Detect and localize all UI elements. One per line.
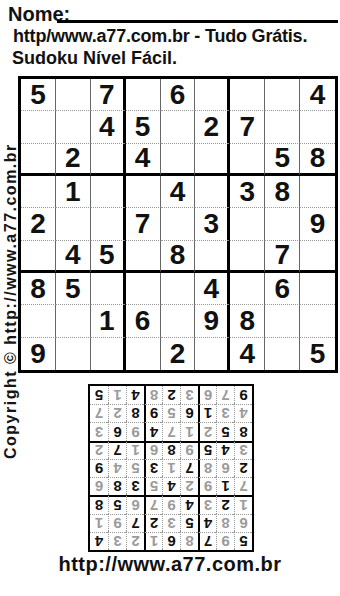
cell-r6c6 <box>195 241 230 273</box>
cell-r4c5: 4 <box>161 176 196 208</box>
answer-cell-r9c8: 1 <box>108 386 126 404</box>
cell-r6c8: 7 <box>265 241 300 273</box>
answer-cell-r8c1: 4 <box>234 404 252 422</box>
answer-cell-r6c9: 2 <box>90 441 108 459</box>
answer-cell-r1c9: 4 <box>90 532 108 550</box>
cell-r9c3 <box>91 338 126 370</box>
cell-r8c6: 9 <box>195 305 230 337</box>
answer-cell-r1c7: 2 <box>126 532 144 550</box>
answer-cell-r2c5: 3 <box>162 514 180 532</box>
answer-cell-r1c4: 8 <box>180 532 198 550</box>
cell-r5c3 <box>91 208 126 240</box>
answer-cell-r4c9: 6 <box>90 477 108 495</box>
answer-cell-r4c2: 1 <box>216 477 234 495</box>
cell-r7c1: 8 <box>21 273 56 305</box>
answer-cell-r7c2: 5 <box>216 422 234 440</box>
cell-r3c2: 2 <box>56 144 91 176</box>
answer-cell-r4c7: 3 <box>126 477 144 495</box>
cell-r9c1: 9 <box>21 338 56 370</box>
cell-r6c4 <box>126 241 161 273</box>
cell-r5c4: 7 <box>126 208 161 240</box>
answer-cell-r4c3: 9 <box>198 477 216 495</box>
answer-cell-r1c8: 3 <box>108 532 126 550</box>
cell-r2c5 <box>161 111 196 143</box>
cell-r5c5 <box>161 208 196 240</box>
answer-cell-r4c8: 8 <box>108 477 126 495</box>
cell-r2c2 <box>56 111 91 143</box>
cell-r5c9: 9 <box>300 208 335 240</box>
cell-r8c8 <box>265 305 300 337</box>
cell-r1c3: 7 <box>91 79 126 111</box>
cell-r5c6: 3 <box>195 208 230 240</box>
cell-r8c1 <box>21 305 56 337</box>
answer-cell-r6c5: 8 <box>162 441 180 459</box>
cell-r7c7 <box>230 273 265 305</box>
answer-cell-r5c7: 5 <box>126 459 144 477</box>
cell-r4c9 <box>300 176 335 208</box>
answer-cell-r1c1: 5 <box>234 532 252 550</box>
answer-cell-r5c1: 2 <box>234 459 252 477</box>
name-underline <box>57 0 338 23</box>
answer-cell-r3c8: 5 <box>108 495 126 513</box>
cell-r1c4 <box>126 79 161 111</box>
cell-r7c8: 6 <box>265 273 300 305</box>
cell-r9c5: 2 <box>161 338 196 370</box>
cell-r8c5 <box>161 305 196 337</box>
answer-cell-r4c6: 5 <box>144 477 162 495</box>
cell-r7c5 <box>161 273 196 305</box>
answer-cell-r5c3: 8 <box>198 459 216 477</box>
cell-r4c2: 1 <box>56 176 91 208</box>
answer-cell-r4c4: 2 <box>180 477 198 495</box>
answer-cell-r4c1: 7 <box>234 477 252 495</box>
cell-r7c4 <box>126 273 161 305</box>
cell-r6c3: 5 <box>91 241 126 273</box>
cell-r8c3: 1 <box>91 305 126 337</box>
answer-cell-r2c1: 6 <box>234 514 252 532</box>
cell-r9c8 <box>265 338 300 370</box>
answer-cell-r2c8: 9 <box>108 514 126 532</box>
cell-r8c7: 8 <box>230 305 265 337</box>
cell-r2c6: 2 <box>195 111 230 143</box>
answer-cell-r2c6: 2 <box>144 514 162 532</box>
answer-cell-r3c9: 8 <box>90 495 108 513</box>
answer-cell-r7c6: 4 <box>144 422 162 440</box>
answer-cell-r3c2: 2 <box>216 495 234 513</box>
cell-r6c1 <box>21 241 56 273</box>
answer-cell-r6c4: 9 <box>180 441 198 459</box>
answer-cell-r9c9: 5 <box>90 386 108 404</box>
cell-r4c6 <box>195 176 230 208</box>
answer-cell-r1c3: 7 <box>198 532 216 550</box>
answer-cell-r1c5: 6 <box>162 532 180 550</box>
header-site-line: http/www.a77.com.br - Tudo Grátis. <box>13 26 307 47</box>
cell-r9c6 <box>195 338 230 370</box>
cell-r4c8: 8 <box>265 176 300 208</box>
answer-cell-r6c3: 5 <box>198 441 216 459</box>
cell-r5c7 <box>230 208 265 240</box>
answer-cell-r8c3: 1 <box>198 404 216 422</box>
answer-cell-r6c8: 7 <box>108 441 126 459</box>
answer-cell-r8c9: 7 <box>90 404 108 422</box>
answer-cell-r7c7: 9 <box>126 422 144 440</box>
cell-r1c2 <box>56 79 91 111</box>
answer-cell-r2c2: 8 <box>216 514 234 532</box>
cell-r4c7: 3 <box>230 176 265 208</box>
cell-r2c9 <box>300 111 335 143</box>
cell-r2c7: 7 <box>230 111 265 143</box>
answer-cell-r3c6: 7 <box>144 495 162 513</box>
cell-r5c2 <box>56 208 91 240</box>
answer-cell-r2c3: 4 <box>198 514 216 532</box>
cell-r6c5: 8 <box>161 241 196 273</box>
answer-cell-r1c6: 1 <box>144 532 162 550</box>
footer-url: http://www.a77.com.br <box>0 553 340 576</box>
cell-r7c6: 4 <box>195 273 230 305</box>
answer-cell-r2c4: 5 <box>180 514 198 532</box>
cell-r4c1 <box>21 176 56 208</box>
answer-cell-r3c3: 3 <box>198 495 216 513</box>
cell-r9c2 <box>56 338 91 370</box>
answer-cell-r7c3: 2 <box>198 422 216 440</box>
answer-cell-r8c5: 5 <box>162 404 180 422</box>
cell-r4c3 <box>91 176 126 208</box>
cell-r3c5 <box>161 144 196 176</box>
header-level-line: Sudoku Nível Fácil. <box>12 48 177 69</box>
cell-r8c2 <box>56 305 91 337</box>
answer-cell-r5c5: 1 <box>162 459 180 477</box>
cell-r3c1 <box>21 144 56 176</box>
answer-cell-r6c6: 6 <box>144 441 162 459</box>
answer-cell-r9c5: 2 <box>162 386 180 404</box>
answer-cell-r9c3: 6 <box>198 386 216 404</box>
cell-r1c1: 5 <box>21 79 56 111</box>
answer-cell-r8c4: 6 <box>180 404 198 422</box>
answer-cell-r8c7: 8 <box>126 404 144 422</box>
answer-cell-r9c4: 3 <box>180 386 198 404</box>
answer-cell-r1c2: 9 <box>216 532 234 550</box>
cell-r3c3 <box>91 144 126 176</box>
cell-r2c1 <box>21 111 56 143</box>
cell-r2c4: 5 <box>126 111 161 143</box>
answer-cell-r9c2: 7 <box>216 386 234 404</box>
cell-r9c4 <box>126 338 161 370</box>
cell-r3c8: 5 <box>265 144 300 176</box>
answer-grid-rotated: 5978612346845327911234976587192453862687… <box>88 384 254 552</box>
cell-r8c4: 6 <box>126 305 161 337</box>
cell-r7c2: 5 <box>56 273 91 305</box>
cell-r1c6 <box>195 79 230 111</box>
answer-cell-r8c2: 3 <box>216 404 234 422</box>
answer-cell-r2c7: 7 <box>126 514 144 532</box>
answer-cell-r2c9: 1 <box>90 514 108 532</box>
answer-cell-r6c2: 4 <box>216 441 234 459</box>
answer-cell-r7c5: 7 <box>162 422 180 440</box>
cell-r1c9: 4 <box>300 79 335 111</box>
answer-cell-r3c5: 9 <box>162 495 180 513</box>
cell-r6c2: 4 <box>56 241 91 273</box>
answer-cell-r5c8: 4 <box>108 459 126 477</box>
sudoku-grid: 576445272458143827394587854616989245 <box>18 76 338 373</box>
answer-cell-r4c5: 4 <box>162 477 180 495</box>
answer-cell-r5c2: 6 <box>216 459 234 477</box>
answer-cell-r9c6: 8 <box>144 386 162 404</box>
answer-cell-r8c8: 2 <box>108 404 126 422</box>
cell-r1c8 <box>265 79 300 111</box>
answer-cell-r5c6: 3 <box>144 459 162 477</box>
answer-cell-r3c1: 1 <box>234 495 252 513</box>
answer-cell-r9c1: 9 <box>234 386 252 404</box>
cell-r7c9 <box>300 273 335 305</box>
cell-r1c5: 6 <box>161 79 196 111</box>
cell-r6c7 <box>230 241 265 273</box>
cell-r5c8 <box>265 208 300 240</box>
answer-cell-r5c9: 9 <box>90 459 108 477</box>
answer-cell-r9c7: 4 <box>126 386 144 404</box>
cell-r9c7: 4 <box>230 338 265 370</box>
answer-cell-r7c9: 3 <box>90 422 108 440</box>
cell-r5c1: 2 <box>21 208 56 240</box>
answer-cell-r5c4: 7 <box>180 459 198 477</box>
answer-cell-r6c7: 1 <box>126 441 144 459</box>
cell-r3c6 <box>195 144 230 176</box>
cell-r1c7 <box>230 79 265 111</box>
answer-cell-r7c1: 8 <box>234 422 252 440</box>
sudoku-worksheet-page: Nome: http/www.a77.com.br - Tudo Grátis.… <box>0 0 340 596</box>
answer-cell-r8c6: 9 <box>144 404 162 422</box>
cell-r3c7 <box>230 144 265 176</box>
cell-r7c3 <box>91 273 126 305</box>
cell-r9c9: 5 <box>300 338 335 370</box>
cell-r6c9 <box>300 241 335 273</box>
answer-cell-r7c4: 1 <box>180 422 198 440</box>
cell-r4c4 <box>126 176 161 208</box>
answer-cell-r7c8: 6 <box>108 422 126 440</box>
answer-cell-r3c4: 4 <box>180 495 198 513</box>
cell-r2c3: 4 <box>91 111 126 143</box>
cell-r3c9: 8 <box>300 144 335 176</box>
cell-r3c4: 4 <box>126 144 161 176</box>
answer-cell-r3c7: 6 <box>126 495 144 513</box>
cell-r8c9 <box>300 305 335 337</box>
answer-cell-r6c1: 3 <box>234 441 252 459</box>
copyright-vertical-text: Copyright © http://www.a77.com.br <box>2 143 20 459</box>
cell-r2c8 <box>265 111 300 143</box>
